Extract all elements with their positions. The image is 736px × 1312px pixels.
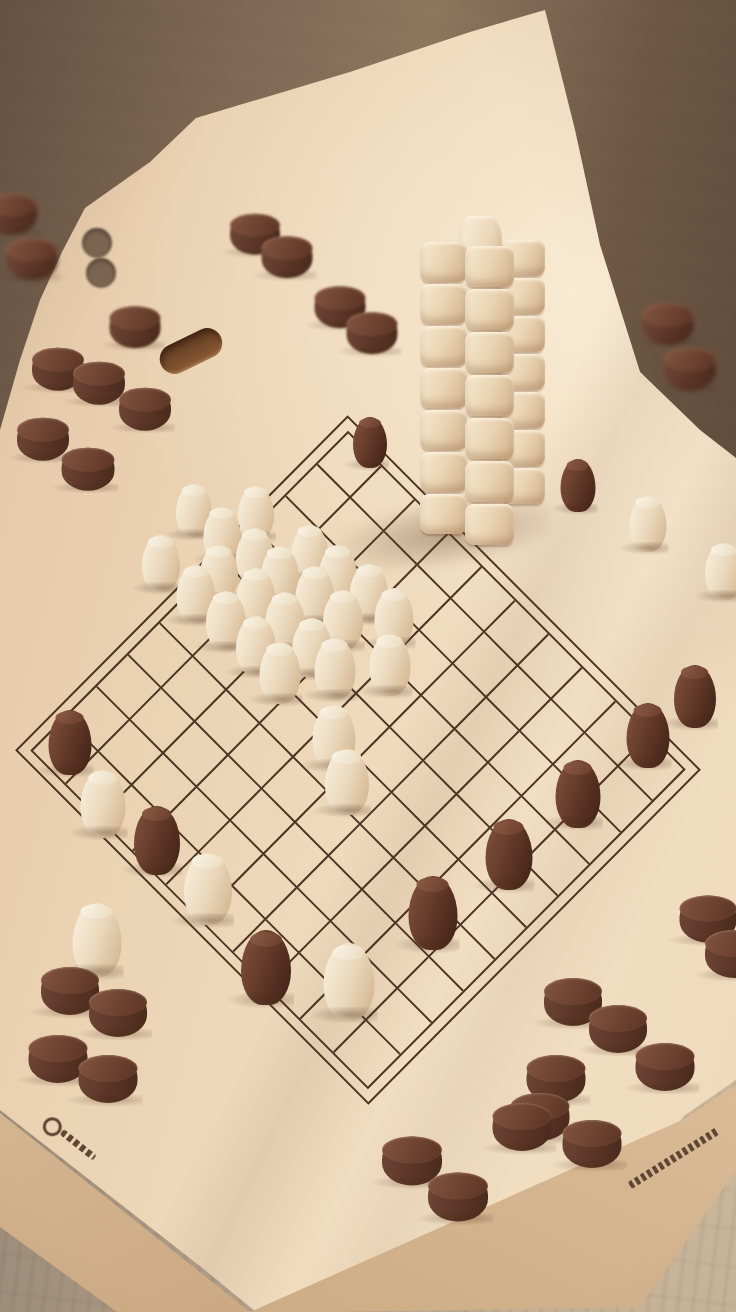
tower-block-c3-1	[465, 289, 514, 330]
tower-block-c3-0	[465, 246, 514, 287]
piece-cream-cone-19[interactable]	[260, 642, 301, 704]
reserve-disc-brown-7[interactable]	[119, 388, 171, 431]
piece-cream-cone-27[interactable]	[324, 943, 375, 1020]
piece-brown-cone-32[interactable]	[674, 665, 716, 728]
piece-cream-cone-29[interactable]	[705, 543, 736, 600]
piece-brown-cone-33[interactable]	[627, 703, 670, 768]
scene	[0, 0, 736, 1312]
piece-brown-cone-36[interactable]	[409, 876, 458, 950]
tower-block-c3-2	[465, 332, 514, 373]
piece-cream-cone-5[interactable]	[142, 535, 180, 592]
piece-cream-cone-21[interactable]	[370, 634, 411, 696]
reserve-disc-brown-21[interactable]	[563, 1120, 622, 1168]
tower-block-c3-5	[465, 461, 514, 502]
tower-block-c2-1	[420, 284, 467, 324]
tower-column-3	[465, 246, 514, 547]
tower-block-c3-4	[465, 418, 514, 459]
reserve-disc-brown-9[interactable]	[62, 448, 115, 491]
piece-cream-cone-28[interactable]	[630, 496, 667, 552]
reserve-disc-brown-10[interactable]	[0, 194, 37, 235]
tower-block-c2-2	[420, 326, 467, 366]
piece-brown-cone-34[interactable]	[556, 760, 601, 828]
piece-cream-cone-24[interactable]	[81, 770, 126, 838]
reserve-disc-brown-6[interactable]	[73, 362, 125, 405]
piece-brown-cone-39[interactable]	[241, 930, 291, 1005]
pieces-layer	[0, 0, 736, 1312]
piece-brown-cone-30[interactable]	[353, 417, 387, 468]
tower-column-2	[420, 242, 467, 536]
reserve-disc-brown-17[interactable]	[589, 1005, 647, 1053]
piece-cream-cone-20[interactable]	[315, 638, 356, 700]
tower-block-c2-0	[420, 242, 467, 282]
reserve-disc-brown-11[interactable]	[7, 238, 58, 280]
piece-cream-cone-26[interactable]	[73, 903, 122, 977]
piece-brown-cone-37[interactable]	[49, 710, 92, 775]
piece-cream-cone-23[interactable]	[325, 749, 369, 815]
reserve-disc-brown-15[interactable]	[705, 930, 736, 978]
tower-block-c2-3	[420, 368, 467, 408]
reserve-disc-brown-18[interactable]	[636, 1043, 695, 1091]
reserve-disc-brown-28[interactable]	[79, 1055, 138, 1103]
piece-cream-cone-25[interactable]	[184, 853, 232, 925]
tower-block-c3-6	[465, 504, 514, 545]
reserve-disc-brown-4[interactable]	[110, 306, 161, 348]
reserve-disc-brown-8[interactable]	[17, 418, 69, 461]
tower-block-c2-6	[420, 494, 467, 534]
tower-block-c2-4	[420, 410, 467, 450]
reserve-disc-brown-13[interactable]	[664, 348, 716, 391]
tower-block-c2-5	[420, 452, 467, 492]
reserve-disc-brown-1[interactable]	[262, 236, 313, 278]
reserve-disc-brown-3[interactable]	[347, 312, 398, 354]
reserve-disc-brown-24[interactable]	[493, 1103, 552, 1151]
piece-brown-cone-38[interactable]	[134, 806, 180, 875]
piece-brown-cone-31[interactable]	[561, 459, 596, 512]
reserve-disc-brown-12[interactable]	[643, 303, 694, 345]
tower-block-c3-3	[465, 375, 514, 416]
piece-brown-cone-35[interactable]	[486, 819, 533, 890]
reserve-disc-brown-26[interactable]	[89, 989, 147, 1037]
reserve-disc-brown-23[interactable]	[428, 1173, 488, 1222]
